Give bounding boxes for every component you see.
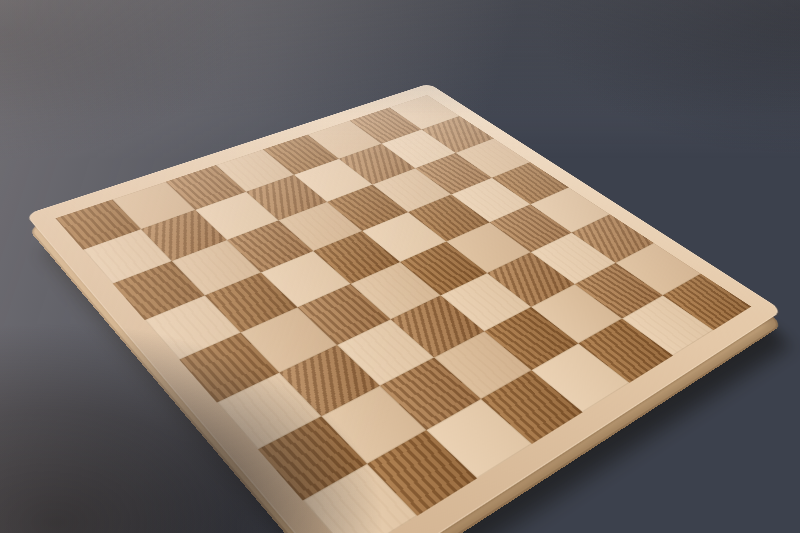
photo-scene xyxy=(0,0,800,533)
chess-board xyxy=(25,83,782,533)
board-squares-grid xyxy=(56,95,752,533)
board-rotation-wrapper xyxy=(0,0,800,533)
